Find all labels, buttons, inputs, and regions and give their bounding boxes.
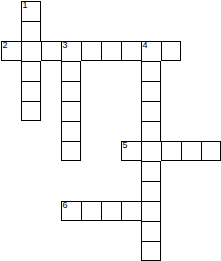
cell-r7c9[interactable] <box>181 141 201 161</box>
cell-r10c4[interactable] <box>81 201 101 221</box>
cell-r2c2[interactable] <box>41 41 61 61</box>
cell-r9c7[interactable] <box>141 181 161 201</box>
cell-r5c7[interactable] <box>141 101 161 121</box>
cell-r0c1[interactable]: 1 <box>21 1 41 21</box>
cell-r3c1[interactable] <box>21 61 41 81</box>
cell-r11c7[interactable] <box>141 221 161 241</box>
cell-r7c3[interactable] <box>61 141 81 161</box>
cell-r4c3[interactable] <box>61 81 81 101</box>
cell-r3c3[interactable] <box>61 61 81 81</box>
cell-r7c8[interactable] <box>161 141 181 161</box>
cell-r2c0[interactable]: 2 <box>1 41 21 61</box>
cell-r2c1[interactable] <box>21 41 41 61</box>
cell-r10c6[interactable] <box>121 201 141 221</box>
cell-r6c3[interactable] <box>61 121 81 141</box>
cell-r3c7[interactable] <box>141 61 161 81</box>
clue-number-2: 2 <box>3 41 8 50</box>
cell-r6c7[interactable] <box>141 121 161 141</box>
cell-r7c7[interactable] <box>141 141 161 161</box>
cell-r10c7[interactable] <box>141 201 161 221</box>
crossword-board: 123456 <box>0 0 221 261</box>
clue-number-3: 3 <box>63 41 68 50</box>
cell-r12c7[interactable] <box>141 241 161 261</box>
clue-number-6: 6 <box>63 201 68 210</box>
cell-r2c4[interactable] <box>81 41 101 61</box>
cell-r10c5[interactable] <box>101 201 121 221</box>
cell-r1c1[interactable] <box>21 21 41 41</box>
cell-r2c8[interactable] <box>161 41 181 61</box>
cell-r2c5[interactable] <box>101 41 121 61</box>
cell-r7c6[interactable]: 5 <box>121 141 141 161</box>
clue-number-4: 4 <box>143 41 148 50</box>
cell-r2c6[interactable] <box>121 41 141 61</box>
cell-r4c1[interactable] <box>21 81 41 101</box>
cell-r10c3[interactable]: 6 <box>61 201 81 221</box>
cell-r8c7[interactable] <box>141 161 161 181</box>
cell-r2c7[interactable]: 4 <box>141 41 161 61</box>
clue-number-1: 1 <box>23 1 28 10</box>
clue-number-5: 5 <box>123 141 128 150</box>
cell-r4c7[interactable] <box>141 81 161 101</box>
cell-r5c1[interactable] <box>21 101 41 121</box>
cell-r5c3[interactable] <box>61 101 81 121</box>
cell-r7c10[interactable] <box>201 141 221 161</box>
cell-r2c3[interactable]: 3 <box>61 41 81 61</box>
